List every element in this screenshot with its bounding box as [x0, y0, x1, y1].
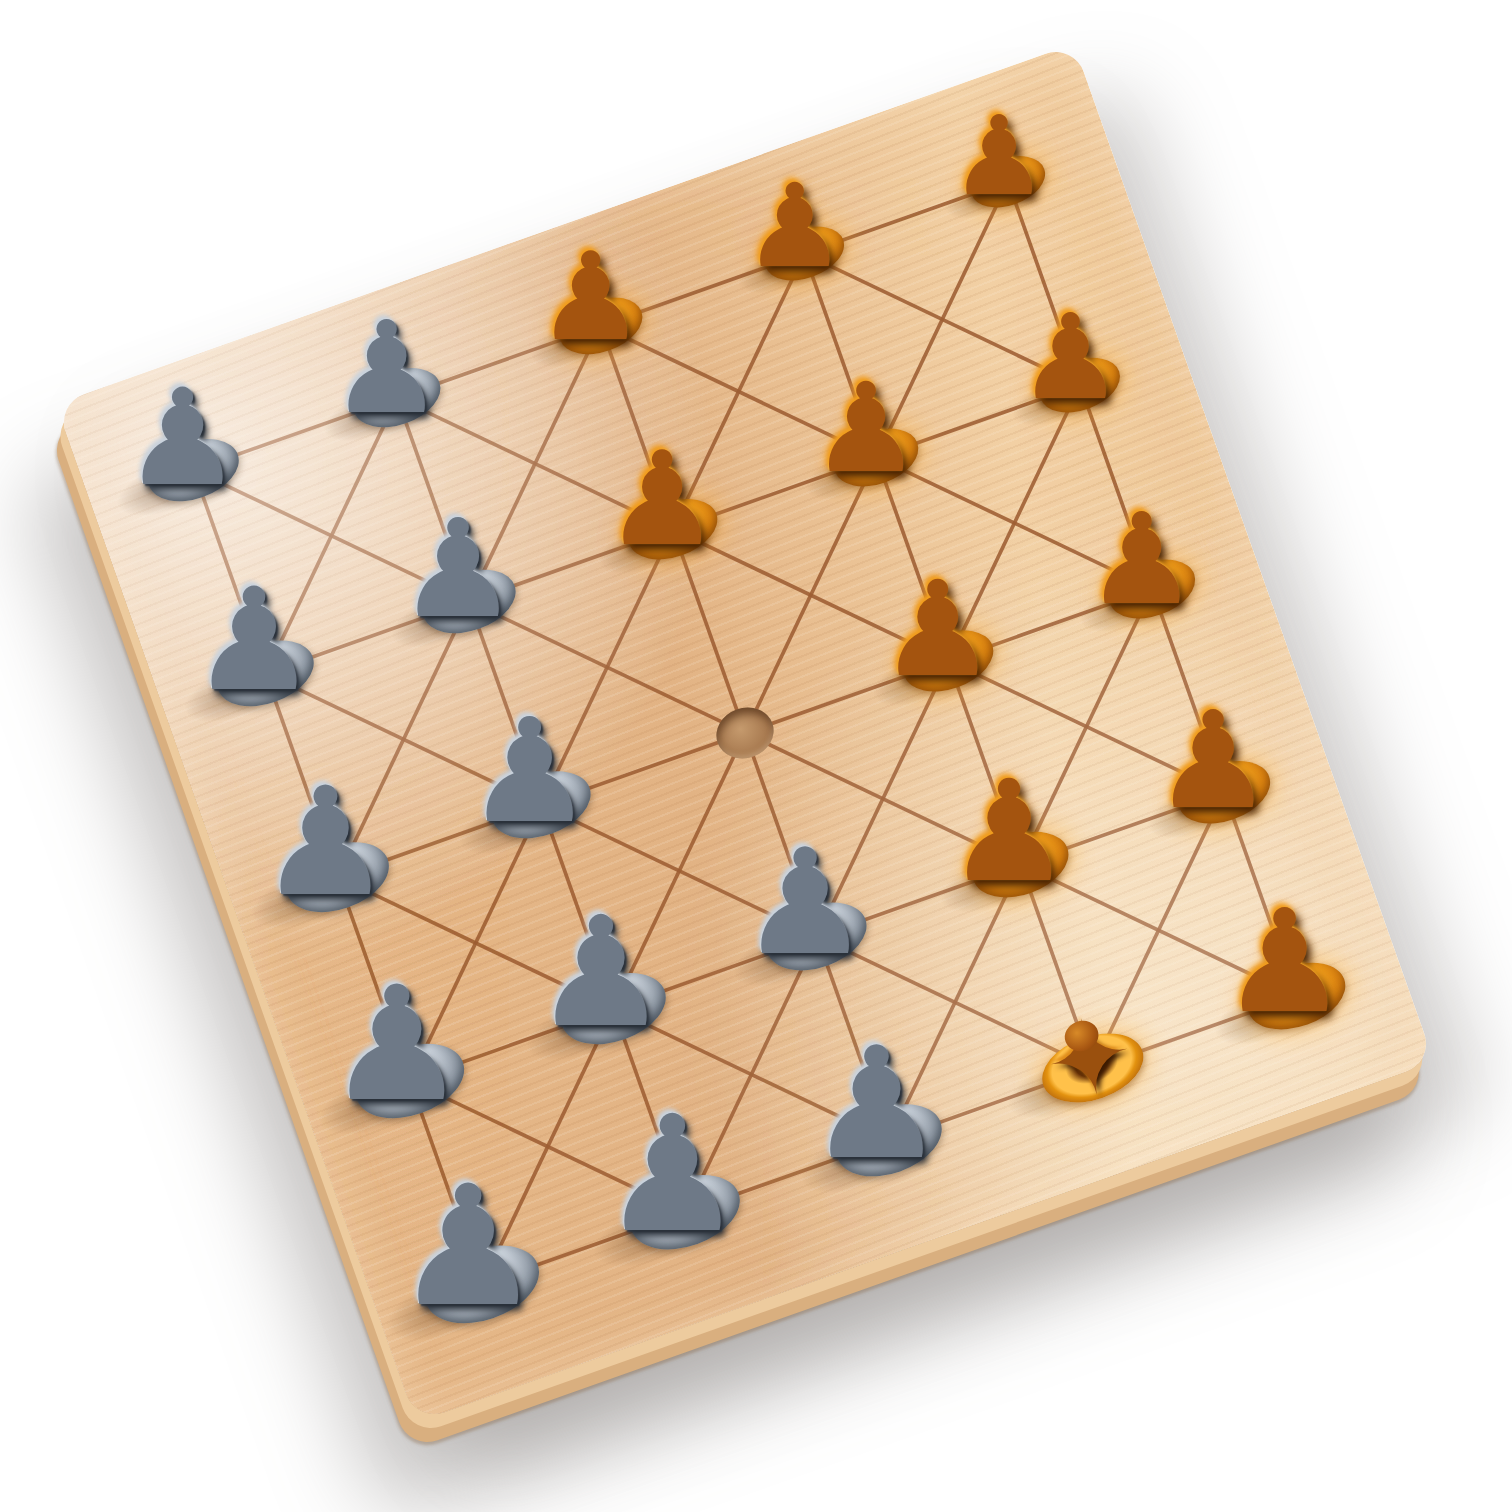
- pawn-glyph: ♟: [600, 1099, 744, 1251]
- scene: ♟♟♟♟♟♟♟♟♟♟♟♟♟♟♟♟♟♟♟♟♟♟✦♟: [0, 0, 1512, 1512]
- pawn-glyph: ♟: [1153, 697, 1273, 825]
- pawn-glyph: ♟: [465, 703, 594, 840]
- alquerque-board: ♟♟♟♟♟♟♟♟♟♟♟♟♟♟♟♟♟♟♟♟♟♟✦♟: [56, 44, 1435, 1423]
- pawn-glyph: ♟: [743, 172, 847, 282]
- pawn-glyph: ♟: [394, 1167, 543, 1325]
- pawn-glyph: ♟: [123, 375, 243, 502]
- pawn-glyph: ♟: [330, 308, 444, 429]
- pawn-glyph: ♟: [950, 104, 1048, 208]
- pawn-glyph: ♟: [1221, 895, 1349, 1030]
- pawn-glyph: ♟: [326, 969, 468, 1119]
- pawn-glyph: ♟: [533, 901, 670, 1046]
- pawn-glyph: ♟: [946, 765, 1072, 898]
- pawn-glyph: ♟: [1085, 500, 1198, 620]
- center-hole[interactable]: [709, 700, 780, 766]
- pawn-glyph: ♟: [604, 438, 720, 561]
- pawn-glyph: ♟: [879, 567, 997, 692]
- pawn-glyph: ♟: [397, 505, 519, 634]
- pawn-glyph: ♟: [258, 771, 392, 914]
- pawn-glyph: ♟: [807, 1031, 946, 1178]
- pawn-glyph: ♟: [190, 573, 317, 708]
- pawn-glyph: ♟: [739, 833, 870, 972]
- pawn-glyph: ♟: [1018, 302, 1124, 414]
- pawn-glyph: ♟: [536, 240, 645, 355]
- points-grid: ♟♟♟♟♟♟♟♟♟♟♟♟♟♟♟♟♟♟♟♟♟♟✦♟: [56, 44, 1435, 1423]
- pawn-glyph: ♟: [811, 370, 922, 488]
- piece-top-view-glyph: ✦: [1038, 1002, 1142, 1115]
